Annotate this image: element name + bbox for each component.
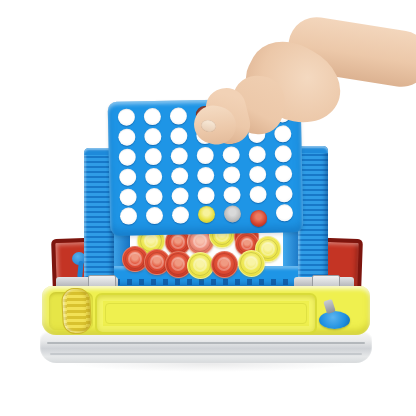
cell-r5c1 xyxy=(114,187,141,207)
disc-r xyxy=(250,210,267,227)
empty-hole xyxy=(248,126,265,143)
cell-r4c1 xyxy=(114,167,141,187)
cell-r1c6 xyxy=(243,105,270,125)
cell-r6c5 xyxy=(219,204,246,224)
cell-r4c4 xyxy=(192,165,219,185)
empty-hole xyxy=(276,185,293,202)
cell-r5c2 xyxy=(140,186,167,206)
empty-hole xyxy=(276,205,293,222)
empty-hole xyxy=(118,148,135,165)
empty-hole xyxy=(144,128,161,145)
empty-hole xyxy=(171,187,188,204)
cell-r5c3 xyxy=(167,185,194,205)
connect4-grid-panel xyxy=(108,98,304,236)
loose-disc-yellow xyxy=(187,252,214,279)
cell-r3c7 xyxy=(270,144,297,164)
blue-slider-disc xyxy=(319,311,350,329)
empty-hole xyxy=(197,186,214,203)
empty-hole xyxy=(275,145,292,162)
empty-hole xyxy=(274,106,291,123)
cell-r3c2 xyxy=(140,146,167,166)
board-grid xyxy=(113,104,298,227)
yellow-disc-roll xyxy=(61,287,92,334)
tray-recess xyxy=(95,293,317,334)
cell-r6c6 xyxy=(245,204,272,224)
cell-r6c3 xyxy=(167,205,194,225)
cell-r4c7 xyxy=(271,163,298,183)
cell-r3c1 xyxy=(114,147,141,167)
empty-hole xyxy=(117,109,134,126)
cell-r1c4 xyxy=(191,106,218,126)
empty-hole xyxy=(144,148,161,165)
cell-r1c7 xyxy=(269,104,296,124)
empty-hole xyxy=(274,125,291,142)
empty-hole xyxy=(145,207,162,224)
empty-hole xyxy=(275,165,292,182)
empty-hole xyxy=(249,146,266,163)
empty-hole xyxy=(248,106,265,123)
empty-hole xyxy=(223,186,240,203)
connect4-travel-game-photo xyxy=(0,0,416,416)
cell-r6c2 xyxy=(141,206,168,226)
cell-r1c3 xyxy=(165,106,192,126)
empty-hole xyxy=(222,126,239,143)
cell-r2c4 xyxy=(191,126,218,146)
empty-hole xyxy=(119,188,136,205)
empty-hole xyxy=(172,207,189,224)
cell-r2c5 xyxy=(218,125,245,145)
cell-r4c6 xyxy=(244,164,271,184)
cell-r5c6 xyxy=(245,184,272,204)
empty-hole xyxy=(249,166,266,183)
disc-D xyxy=(196,106,213,123)
cell-r1c2 xyxy=(139,107,166,127)
loose-disc-red xyxy=(211,251,238,278)
cell-r6c4 xyxy=(193,205,220,225)
cell-r3c5 xyxy=(218,145,245,165)
cell-r6c7 xyxy=(271,203,298,223)
cell-r5c4 xyxy=(193,185,220,205)
cell-r4c5 xyxy=(218,165,245,185)
empty-hole xyxy=(197,167,214,184)
empty-hole xyxy=(169,108,186,125)
empty-hole xyxy=(145,187,162,204)
empty-hole xyxy=(222,146,239,163)
cell-r2c7 xyxy=(270,124,297,144)
empty-hole xyxy=(170,147,187,164)
empty-hole xyxy=(118,129,135,146)
cell-r4c3 xyxy=(166,166,193,186)
cell-r3c6 xyxy=(244,144,271,164)
cell-r5c5 xyxy=(219,184,246,204)
cell-r2c3 xyxy=(165,126,192,146)
cell-r3c3 xyxy=(166,146,193,166)
cell-r2c1 xyxy=(113,127,140,147)
empty-hole xyxy=(170,128,187,145)
empty-hole xyxy=(143,108,160,125)
empty-hole xyxy=(119,208,136,225)
empty-hole xyxy=(222,107,239,124)
empty-hole xyxy=(196,147,213,164)
cell-r5c7 xyxy=(271,183,298,203)
disc-Y xyxy=(198,206,215,223)
yellow-front-tray xyxy=(42,286,370,335)
cell-r1c5 xyxy=(217,105,244,125)
empty-hole xyxy=(196,127,213,144)
cell-r1c1 xyxy=(113,107,140,127)
cell-r6c1 xyxy=(115,206,142,226)
white-base xyxy=(40,331,372,363)
cell-r2c6 xyxy=(244,124,271,144)
empty-hole xyxy=(171,167,188,184)
empty-hole xyxy=(223,166,240,183)
cell-r4c2 xyxy=(140,166,167,186)
loose-disc-yellow xyxy=(238,250,265,277)
empty-hole xyxy=(145,168,162,185)
disc-S xyxy=(224,206,241,223)
empty-hole xyxy=(249,185,266,202)
cell-r3c4 xyxy=(192,145,219,165)
empty-hole xyxy=(119,168,136,185)
cell-r2c2 xyxy=(139,127,166,147)
